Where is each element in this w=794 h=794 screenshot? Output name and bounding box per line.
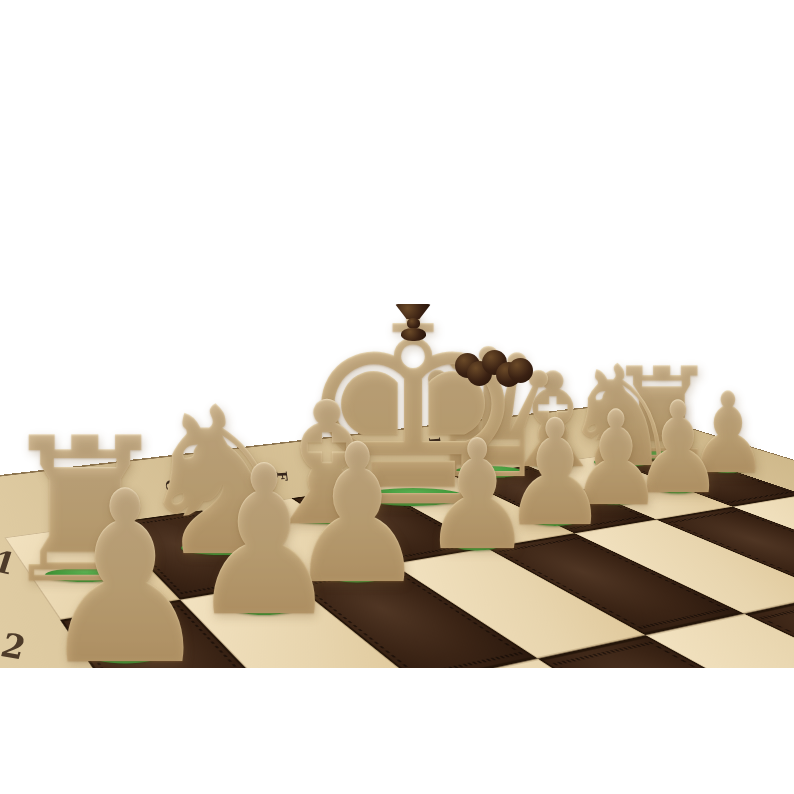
- white-pawn-h2: ♟: [38, 460, 213, 668]
- white-pawn-e2: ♟: [421, 420, 533, 572]
- king-finial-part-3: [401, 328, 426, 341]
- queen-crown-ball-5: [508, 358, 533, 383]
- chess-set-photo: 12GFD ♜♞♝♚♛♝♞♜♟♟♟♟♟♟♟♟: [0, 0, 794, 668]
- product-photo-canvas: 12GFD ♜♞♝♚♛♝♞♜♟♟♟♟♟♟♟♟: [0, 0, 794, 794]
